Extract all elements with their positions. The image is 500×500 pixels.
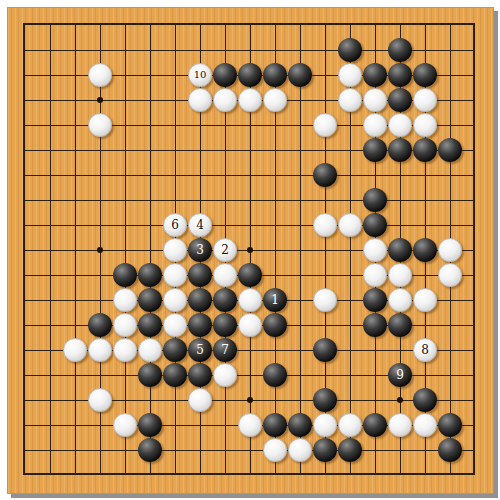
stone-white [413,88,437,112]
stone-white [438,238,462,262]
stone-black [363,63,387,87]
star-point [247,397,253,403]
stone-white [113,413,137,437]
stone-white [163,313,187,337]
stone-black [213,313,237,337]
stone-black [263,63,287,87]
move-8-stone-white: 8 [413,338,437,362]
stone-black [188,313,212,337]
stone-white [238,313,262,337]
stone-white [338,413,362,437]
stone-white [388,113,412,137]
stone-white [338,88,362,112]
stone-black [363,188,387,212]
move-2-stone-white: 2 [213,238,237,262]
stone-black [263,363,287,387]
stone-black [338,38,362,62]
stone-black [163,363,187,387]
grid-line-horizontal [25,450,475,451]
stone-white [238,288,262,312]
stone-white [163,288,187,312]
stone-black [363,313,387,337]
stone-white [88,388,112,412]
stone-black [363,413,387,437]
star-point [397,397,403,403]
stone-white [363,113,387,137]
stone-white [363,238,387,262]
stone-white [313,213,337,237]
stone-black [388,138,412,162]
stone-white [213,263,237,287]
stone-black [238,263,262,287]
stone-white [413,113,437,137]
star-point [247,247,253,253]
stone-black [138,363,162,387]
stone-white [163,263,187,287]
move-3-stone-black: 3 [188,238,212,262]
stone-black [138,263,162,287]
stone-black [138,413,162,437]
move-9-stone-black: 9 [388,363,412,387]
stone-black [288,413,312,437]
stone-white [338,63,362,87]
stone-white [313,413,337,437]
stone-black [388,63,412,87]
stone-black [363,288,387,312]
stone-white [163,238,187,262]
stone-black [388,313,412,337]
stone-black [88,313,112,337]
stone-white [413,413,437,437]
stone-black [338,438,362,462]
move-5-stone-black: 5 [188,338,212,362]
grid-line-vertical [300,25,301,475]
stone-white [113,313,137,337]
stone-black [413,388,437,412]
stone-black [413,63,437,87]
stone-black [363,213,387,237]
stone-white [388,263,412,287]
stone-white [263,438,287,462]
stone-black [288,63,312,87]
go-board[interactable]: 10643215789 [7,7,494,494]
stone-black [263,413,287,437]
stone-white [313,288,337,312]
stone-black [413,138,437,162]
stone-black [438,138,462,162]
stone-black [363,138,387,162]
stone-white [88,63,112,87]
stone-black [313,438,337,462]
stone-black [113,263,137,287]
stone-white [313,113,337,137]
stone-black [438,438,462,462]
star-point [97,97,103,103]
stone-black [138,288,162,312]
move-7-stone-black: 7 [213,338,237,362]
stone-black [238,63,262,87]
stone-black [188,263,212,287]
stone-black [188,363,212,387]
stone-white [88,113,112,137]
stone-white [138,338,162,362]
stone-black [188,288,212,312]
stone-black [388,238,412,262]
star-point [97,247,103,253]
stone-black [263,313,287,337]
stone-black [438,413,462,437]
stone-white [238,413,262,437]
stone-black [413,238,437,262]
stone-white [363,88,387,112]
stone-white [438,263,462,287]
move-6-stone-white: 6 [163,213,187,237]
stone-white [288,438,312,462]
stone-white [263,88,287,112]
stone-white [113,288,137,312]
stone-white [238,88,262,112]
stone-white [113,338,137,362]
stone-white [63,338,87,362]
move-4-stone-white: 4 [188,213,212,237]
stone-white [188,88,212,112]
page: 10643215789 [0,0,500,500]
stone-black [213,288,237,312]
stone-white [338,213,362,237]
stone-black [388,88,412,112]
stone-black [388,38,412,62]
stone-black [313,163,337,187]
stone-black [213,63,237,87]
stone-white [388,413,412,437]
stone-white [413,288,437,312]
stone-white [388,288,412,312]
stone-white [213,363,237,387]
stone-black [163,338,187,362]
stone-black [138,313,162,337]
stone-black [138,438,162,462]
stone-white [213,88,237,112]
stone-black [313,388,337,412]
move-1-stone-black: 1 [263,288,287,312]
stone-white [363,263,387,287]
stone-white [88,338,112,362]
stone-white [188,388,212,412]
move-10-stone-white: 10 [188,63,212,87]
stone-black [313,338,337,362]
